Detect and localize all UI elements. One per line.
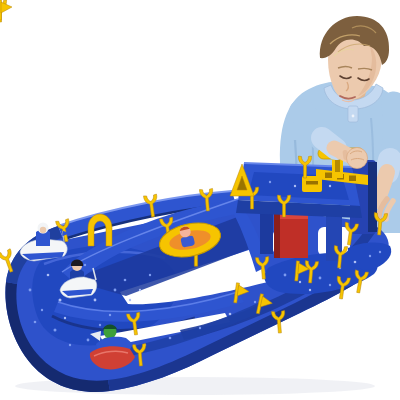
crane-jib-slot: [325, 173, 332, 179]
shirt-button: [352, 115, 355, 118]
collar-placket: [348, 106, 358, 122]
sailor-face: [40, 227, 46, 233]
blue-tower-shade: [368, 162, 377, 232]
crane-mast-slot: [335, 158, 340, 172]
photo-canvas: [0, 0, 400, 400]
red-lock-shade: [274, 212, 280, 258]
crane-base-slot: [306, 181, 318, 185]
platform-leg: [260, 212, 273, 254]
crane-jib-slot: [349, 176, 356, 182]
scene: [0, 0, 400, 400]
